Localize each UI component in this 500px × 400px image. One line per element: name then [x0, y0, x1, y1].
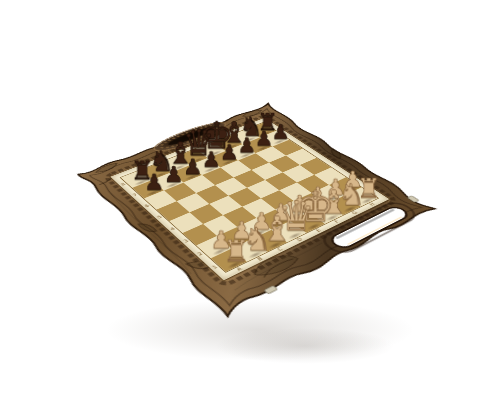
piece-black-pawn-b7: ♟: [164, 164, 184, 186]
piece-black-pawn-d7: ♟: [201, 150, 220, 171]
chess-case: ♜♞♝♛♚♝♞♜♟♟♟♟♟♟♟♟♟♟♟♟♟♟♟♟♜♞♝♛♚♝♞♜ ABCDEFG…: [68, 99, 443, 324]
piece-black-pawn-h7: ♟: [271, 122, 289, 142]
piece-black-pawn-c7: ♟: [183, 157, 202, 179]
piece-black-pawn-f7: ♟: [237, 136, 256, 157]
piece-black-pawn-g7: ♟: [254, 129, 272, 149]
case-shadow-inner: [215, 328, 395, 364]
product-photo: ♜♞♝♛♚♝♞♜♟♟♟♟♟♟♟♟♟♟♟♟♟♟♟♟♜♞♝♛♚♝♞♜ ABCDEFG…: [0, 0, 500, 400]
case-shadow: [100, 298, 420, 362]
piece-white-rook-a1: ♜: [223, 237, 249, 266]
piece-black-pawn-e7: ♟: [219, 143, 238, 164]
piece-black-pawn-a7: ♟: [144, 172, 164, 194]
